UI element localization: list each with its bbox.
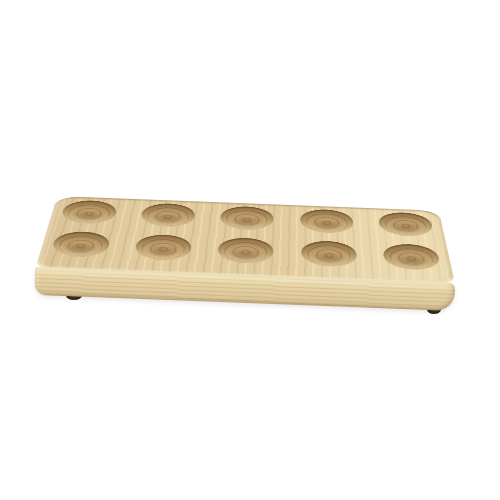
pit-r1-c2[interactable] xyxy=(140,203,196,228)
pit-r2-c2[interactable] xyxy=(134,234,193,261)
pit-r2-c4[interactable] xyxy=(301,240,358,267)
pit-r1-c4[interactable] xyxy=(300,209,354,234)
product-photo xyxy=(0,0,500,500)
pit-r2-c5[interactable] xyxy=(382,243,442,270)
pit-r1-c3[interactable] xyxy=(220,206,274,231)
pit-r2-c3[interactable] xyxy=(218,237,274,264)
pit-r1-c5[interactable] xyxy=(377,212,434,237)
pit-r1-c1[interactable] xyxy=(60,200,119,225)
mancala-board xyxy=(34,98,461,311)
pit-r2-c1[interactable] xyxy=(50,231,111,258)
